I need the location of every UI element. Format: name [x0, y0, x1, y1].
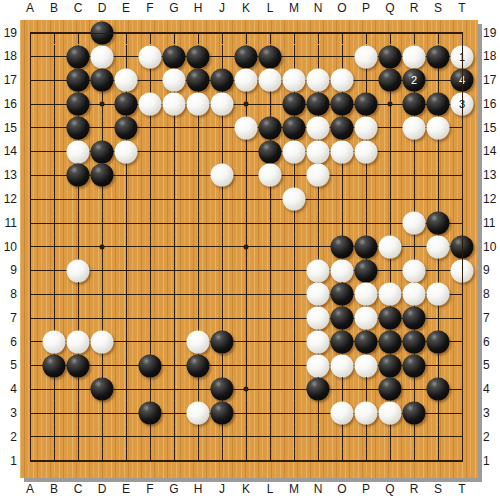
- board-cell[interactable]: [354, 187, 378, 211]
- board-cell[interactable]: [18, 211, 42, 235]
- board-cell[interactable]: [402, 306, 426, 330]
- board-cell[interactable]: 4: [450, 69, 474, 93]
- board-cell[interactable]: [258, 69, 282, 93]
- board-cell[interactable]: [162, 330, 186, 354]
- board-cell[interactable]: [306, 354, 330, 378]
- board-cell[interactable]: [42, 330, 66, 354]
- board-cell[interactable]: [306, 116, 330, 140]
- board-cell[interactable]: [306, 164, 330, 188]
- board-cell[interactable]: [66, 235, 90, 259]
- board-cell[interactable]: [42, 69, 66, 93]
- board-cell[interactable]: [402, 354, 426, 378]
- board-cell[interactable]: [426, 425, 450, 449]
- board-cell[interactable]: [234, 354, 258, 378]
- board-cell[interactable]: [90, 282, 114, 306]
- board-cell[interactable]: [210, 259, 234, 283]
- board-cell[interactable]: [258, 449, 282, 473]
- board-cell[interactable]: [426, 164, 450, 188]
- board-cell[interactable]: [282, 235, 306, 259]
- board-cell[interactable]: [330, 377, 354, 401]
- board-cell[interactable]: [426, 187, 450, 211]
- board-cell[interactable]: [42, 449, 66, 473]
- board-cell[interactable]: [258, 235, 282, 259]
- board-cell[interactable]: [90, 401, 114, 425]
- board-cell[interactable]: [186, 45, 210, 69]
- board-cell[interactable]: [42, 116, 66, 140]
- board-cell[interactable]: [426, 235, 450, 259]
- board-cell[interactable]: [162, 45, 186, 69]
- board-cell[interactable]: [186, 259, 210, 283]
- board-cell[interactable]: [330, 21, 354, 45]
- board-cell[interactable]: [138, 211, 162, 235]
- board-cell[interactable]: [330, 330, 354, 354]
- board-cell[interactable]: [402, 92, 426, 116]
- board-cell[interactable]: [66, 69, 90, 93]
- board-cell[interactable]: [90, 164, 114, 188]
- board-cell[interactable]: [354, 140, 378, 164]
- board-cell[interactable]: [402, 116, 426, 140]
- board-cell[interactable]: [42, 306, 66, 330]
- board-cell[interactable]: [402, 425, 426, 449]
- board-cell[interactable]: [378, 69, 402, 93]
- board-cell[interactable]: [306, 211, 330, 235]
- board-cell[interactable]: [306, 377, 330, 401]
- board-cell[interactable]: [162, 69, 186, 93]
- board-cell[interactable]: [18, 401, 42, 425]
- board-cell[interactable]: [306, 235, 330, 259]
- board-cell[interactable]: [42, 235, 66, 259]
- board-cell[interactable]: [138, 164, 162, 188]
- board-cell[interactable]: [234, 21, 258, 45]
- board-cell[interactable]: [114, 116, 138, 140]
- board-cell[interactable]: [330, 354, 354, 378]
- board-cell[interactable]: [90, 354, 114, 378]
- board-cell[interactable]: [66, 92, 90, 116]
- board-cell[interactable]: [378, 45, 402, 69]
- board-cell[interactable]: [306, 187, 330, 211]
- board-cell[interactable]: [90, 211, 114, 235]
- board-cell[interactable]: [426, 354, 450, 378]
- board-cell[interactable]: [138, 354, 162, 378]
- board-cell[interactable]: [66, 21, 90, 45]
- board-cell[interactable]: [186, 306, 210, 330]
- board-cell[interactable]: [426, 259, 450, 283]
- board-cell[interactable]: [330, 69, 354, 93]
- board-cell[interactable]: [90, 92, 114, 116]
- board-cell[interactable]: [114, 282, 138, 306]
- board-cell[interactable]: [282, 187, 306, 211]
- board-cell[interactable]: [354, 164, 378, 188]
- board-cell[interactable]: [426, 282, 450, 306]
- board-cell[interactable]: [258, 211, 282, 235]
- board-cell[interactable]: [138, 45, 162, 69]
- board-cell[interactable]: [138, 306, 162, 330]
- board-cell[interactable]: [18, 92, 42, 116]
- board-cell[interactable]: [210, 92, 234, 116]
- board-cell[interactable]: [330, 140, 354, 164]
- board-cell[interactable]: [186, 187, 210, 211]
- board-cell[interactable]: [450, 354, 474, 378]
- board-cell[interactable]: [258, 45, 282, 69]
- board-cell[interactable]: [282, 69, 306, 93]
- board-cell[interactable]: [114, 306, 138, 330]
- board-cell[interactable]: [18, 259, 42, 283]
- board-cell[interactable]: [42, 21, 66, 45]
- board-cell[interactable]: [426, 306, 450, 330]
- board-cell[interactable]: [378, 306, 402, 330]
- board-cell[interactable]: [210, 116, 234, 140]
- board-cell[interactable]: [66, 401, 90, 425]
- board-cell[interactable]: [402, 282, 426, 306]
- board-cell[interactable]: [42, 425, 66, 449]
- board-cell[interactable]: [138, 140, 162, 164]
- board-cell[interactable]: [378, 282, 402, 306]
- board-cell[interactable]: [114, 140, 138, 164]
- board-cell[interactable]: [330, 282, 354, 306]
- board-cell[interactable]: [354, 45, 378, 69]
- board-cell[interactable]: [306, 259, 330, 283]
- board-cell[interactable]: [330, 425, 354, 449]
- board-cell[interactable]: [426, 330, 450, 354]
- board-cell[interactable]: [282, 45, 306, 69]
- board-cell[interactable]: [210, 235, 234, 259]
- board-cell[interactable]: [378, 330, 402, 354]
- board-cell[interactable]: [378, 259, 402, 283]
- board-cell[interactable]: [258, 377, 282, 401]
- board-cell[interactable]: [42, 377, 66, 401]
- board-cell[interactable]: [186, 69, 210, 93]
- board-cell[interactable]: [450, 377, 474, 401]
- board-cell[interactable]: [114, 354, 138, 378]
- board-cell[interactable]: [282, 92, 306, 116]
- board-cell[interactable]: [18, 21, 42, 45]
- board-cell[interactable]: [378, 377, 402, 401]
- board-cell[interactable]: [90, 425, 114, 449]
- board-cell[interactable]: [138, 330, 162, 354]
- board-cell[interactable]: [378, 449, 402, 473]
- board-cell[interactable]: [426, 211, 450, 235]
- board-cell[interactable]: [186, 116, 210, 140]
- board-cell[interactable]: [162, 164, 186, 188]
- board-cell[interactable]: [114, 211, 138, 235]
- board-cell[interactable]: [18, 354, 42, 378]
- board-cell[interactable]: [234, 282, 258, 306]
- board-cell[interactable]: [354, 401, 378, 425]
- board-cell[interactable]: [258, 116, 282, 140]
- board-cell[interactable]: [186, 235, 210, 259]
- board-cell[interactable]: [282, 330, 306, 354]
- board-cell[interactable]: [162, 211, 186, 235]
- board-cell[interactable]: [162, 259, 186, 283]
- board-cell[interactable]: [354, 449, 378, 473]
- board-cell[interactable]: [186, 377, 210, 401]
- board-cell[interactable]: [114, 92, 138, 116]
- board-cell[interactable]: [354, 211, 378, 235]
- board-cell[interactable]: [66, 306, 90, 330]
- board-cell[interactable]: [450, 425, 474, 449]
- board-cell[interactable]: [402, 45, 426, 69]
- board-cell[interactable]: [42, 211, 66, 235]
- board-cell[interactable]: [210, 401, 234, 425]
- board-cell[interactable]: [234, 45, 258, 69]
- board-cell[interactable]: [258, 330, 282, 354]
- board-cell[interactable]: 2: [402, 69, 426, 93]
- board-cell[interactable]: [234, 187, 258, 211]
- board-cell[interactable]: [378, 187, 402, 211]
- board-cell[interactable]: [426, 69, 450, 93]
- board-cell[interactable]: [18, 187, 42, 211]
- board-cell[interactable]: [282, 259, 306, 283]
- board-cell[interactable]: [162, 187, 186, 211]
- board-cell[interactable]: [90, 306, 114, 330]
- board-cell[interactable]: [90, 187, 114, 211]
- board-cell[interactable]: [330, 235, 354, 259]
- board-cell[interactable]: [306, 449, 330, 473]
- board-cell[interactable]: [114, 21, 138, 45]
- board-cell[interactable]: [114, 330, 138, 354]
- board-cell[interactable]: [162, 140, 186, 164]
- board-cell[interactable]: [378, 164, 402, 188]
- board-cell[interactable]: [186, 330, 210, 354]
- board-cell[interactable]: [378, 116, 402, 140]
- board-cell[interactable]: [354, 259, 378, 283]
- board-cell[interactable]: [186, 92, 210, 116]
- board-cell[interactable]: [162, 354, 186, 378]
- board-cell[interactable]: [450, 211, 474, 235]
- board-cell[interactable]: [162, 377, 186, 401]
- board-cell[interactable]: [402, 235, 426, 259]
- board-cell[interactable]: [186, 164, 210, 188]
- board-cell[interactable]: [282, 21, 306, 45]
- board-cell[interactable]: [282, 116, 306, 140]
- board-cell[interactable]: [114, 377, 138, 401]
- board-cell[interactable]: [282, 377, 306, 401]
- board-cell[interactable]: 1: [450, 45, 474, 69]
- board-cell[interactable]: [426, 449, 450, 473]
- board-cell[interactable]: [42, 92, 66, 116]
- board-cell[interactable]: [306, 425, 330, 449]
- board-cell[interactable]: [306, 306, 330, 330]
- board-cell[interactable]: [354, 282, 378, 306]
- board-cell[interactable]: [18, 377, 42, 401]
- board-cell[interactable]: [18, 45, 42, 69]
- board-cell[interactable]: [330, 92, 354, 116]
- board-cell[interactable]: [66, 259, 90, 283]
- board-cell[interactable]: [90, 21, 114, 45]
- board-cell[interactable]: [42, 140, 66, 164]
- board-cell[interactable]: [450, 116, 474, 140]
- board-cell[interactable]: [162, 116, 186, 140]
- board-cell[interactable]: [450, 140, 474, 164]
- board-cell[interactable]: [114, 401, 138, 425]
- board-cell[interactable]: [306, 69, 330, 93]
- board-cell[interactable]: [354, 306, 378, 330]
- board-cell[interactable]: [18, 69, 42, 93]
- board-cell[interactable]: [162, 306, 186, 330]
- board-cell[interactable]: [162, 235, 186, 259]
- board-cell[interactable]: [162, 282, 186, 306]
- board-cell[interactable]: [258, 140, 282, 164]
- board-cell[interactable]: [378, 92, 402, 116]
- board-cell[interactable]: [66, 330, 90, 354]
- board-cell[interactable]: [114, 69, 138, 93]
- board-cell[interactable]: [210, 354, 234, 378]
- board-cell[interactable]: [234, 306, 258, 330]
- board-cell[interactable]: [234, 401, 258, 425]
- board-cell[interactable]: [234, 92, 258, 116]
- board-cell[interactable]: [234, 140, 258, 164]
- board-cell[interactable]: [162, 449, 186, 473]
- board-cell[interactable]: [66, 282, 90, 306]
- board-cell[interactable]: [90, 235, 114, 259]
- board-cell[interactable]: [138, 401, 162, 425]
- board-cell[interactable]: [258, 164, 282, 188]
- board-cell[interactable]: [210, 425, 234, 449]
- board-cell[interactable]: [138, 69, 162, 93]
- board-cell[interactable]: [66, 187, 90, 211]
- board-cell[interactable]: [66, 211, 90, 235]
- board-cell[interactable]: [282, 282, 306, 306]
- board-cell[interactable]: [210, 211, 234, 235]
- board-cell[interactable]: [66, 45, 90, 69]
- board-cell[interactable]: [450, 282, 474, 306]
- board-cell[interactable]: [450, 164, 474, 188]
- board-cell[interactable]: [258, 187, 282, 211]
- board-cell[interactable]: [90, 330, 114, 354]
- board-cell[interactable]: [378, 425, 402, 449]
- board-cell[interactable]: [378, 354, 402, 378]
- board-cell[interactable]: [114, 164, 138, 188]
- board-cell[interactable]: [18, 164, 42, 188]
- board-cell[interactable]: [450, 401, 474, 425]
- board-cell[interactable]: [138, 21, 162, 45]
- board-cell[interactable]: [402, 330, 426, 354]
- board-cell[interactable]: [210, 449, 234, 473]
- board-cell[interactable]: [402, 377, 426, 401]
- board-cell[interactable]: [210, 140, 234, 164]
- board-cell[interactable]: [378, 21, 402, 45]
- board-cell[interactable]: [354, 354, 378, 378]
- board-cell[interactable]: [186, 211, 210, 235]
- board-cell[interactable]: [90, 140, 114, 164]
- board-cell[interactable]: [90, 116, 114, 140]
- board-cell[interactable]: [354, 116, 378, 140]
- board-cell[interactable]: [18, 306, 42, 330]
- board-cell[interactable]: [186, 354, 210, 378]
- board-cell[interactable]: [450, 21, 474, 45]
- board-cell[interactable]: [234, 377, 258, 401]
- board-cell[interactable]: [450, 187, 474, 211]
- board-cell[interactable]: [66, 140, 90, 164]
- board-cell[interactable]: [186, 282, 210, 306]
- board-cell[interactable]: [306, 330, 330, 354]
- board-cell[interactable]: [378, 401, 402, 425]
- board-cell[interactable]: [42, 259, 66, 283]
- board-cell[interactable]: [354, 92, 378, 116]
- board-cell[interactable]: [354, 425, 378, 449]
- board-cell[interactable]: [162, 425, 186, 449]
- board-cell[interactable]: [114, 259, 138, 283]
- board-cell[interactable]: [426, 377, 450, 401]
- board-cell[interactable]: [234, 164, 258, 188]
- board-cell[interactable]: [402, 259, 426, 283]
- board-cell[interactable]: [354, 235, 378, 259]
- board-cell[interactable]: [210, 164, 234, 188]
- board-cell[interactable]: [138, 235, 162, 259]
- board-cell[interactable]: [354, 69, 378, 93]
- board-cell[interactable]: [90, 449, 114, 473]
- board-cell[interactable]: [114, 235, 138, 259]
- board-cell[interactable]: [402, 187, 426, 211]
- board-cell[interactable]: [18, 116, 42, 140]
- board-cell[interactable]: [234, 425, 258, 449]
- board-cell[interactable]: [138, 259, 162, 283]
- board-cell[interactable]: [138, 187, 162, 211]
- board-cell[interactable]: [18, 235, 42, 259]
- board-cell[interactable]: [234, 235, 258, 259]
- board-cell[interactable]: [330, 164, 354, 188]
- board-cell[interactable]: [234, 211, 258, 235]
- board-cell[interactable]: [282, 354, 306, 378]
- board-cell[interactable]: [258, 401, 282, 425]
- board-cell[interactable]: [282, 425, 306, 449]
- board-cell[interactable]: [450, 306, 474, 330]
- board-cell[interactable]: [210, 330, 234, 354]
- board-cell[interactable]: [138, 116, 162, 140]
- board-cell[interactable]: [258, 282, 282, 306]
- board-cell[interactable]: [186, 401, 210, 425]
- board-cell[interactable]: [330, 306, 354, 330]
- board-cell[interactable]: [234, 116, 258, 140]
- board-cell[interactable]: [186, 425, 210, 449]
- board-cell[interactable]: [354, 330, 378, 354]
- board-cell[interactable]: [426, 21, 450, 45]
- board-cell[interactable]: [234, 449, 258, 473]
- board-cell[interactable]: [258, 21, 282, 45]
- board-cell[interactable]: [162, 401, 186, 425]
- board-cell[interactable]: [210, 45, 234, 69]
- board-cell[interactable]: [258, 354, 282, 378]
- board-cell[interactable]: [66, 116, 90, 140]
- board-cell[interactable]: [42, 282, 66, 306]
- board-cell[interactable]: [258, 92, 282, 116]
- board-cell[interactable]: [18, 425, 42, 449]
- board-cell[interactable]: [66, 164, 90, 188]
- board-cell[interactable]: [306, 45, 330, 69]
- board-cell[interactable]: [186, 140, 210, 164]
- board-cell[interactable]: [306, 282, 330, 306]
- board-cell[interactable]: [234, 259, 258, 283]
- board-cell[interactable]: [378, 211, 402, 235]
- board-cell[interactable]: [306, 21, 330, 45]
- board-cell[interactable]: [162, 92, 186, 116]
- board-cell[interactable]: [354, 21, 378, 45]
- board-cell[interactable]: [138, 377, 162, 401]
- board-cell[interactable]: [330, 401, 354, 425]
- board-cell[interactable]: [282, 140, 306, 164]
- board-cell[interactable]: [258, 306, 282, 330]
- board-cell[interactable]: [378, 140, 402, 164]
- board-cell[interactable]: [210, 69, 234, 93]
- board-cell[interactable]: [282, 211, 306, 235]
- board-cell[interactable]: [354, 377, 378, 401]
- board-cell[interactable]: [306, 92, 330, 116]
- board-cell[interactable]: [258, 425, 282, 449]
- board-cell[interactable]: [282, 401, 306, 425]
- board-cell[interactable]: [66, 377, 90, 401]
- board-cell[interactable]: [42, 354, 66, 378]
- board-cell[interactable]: [306, 140, 330, 164]
